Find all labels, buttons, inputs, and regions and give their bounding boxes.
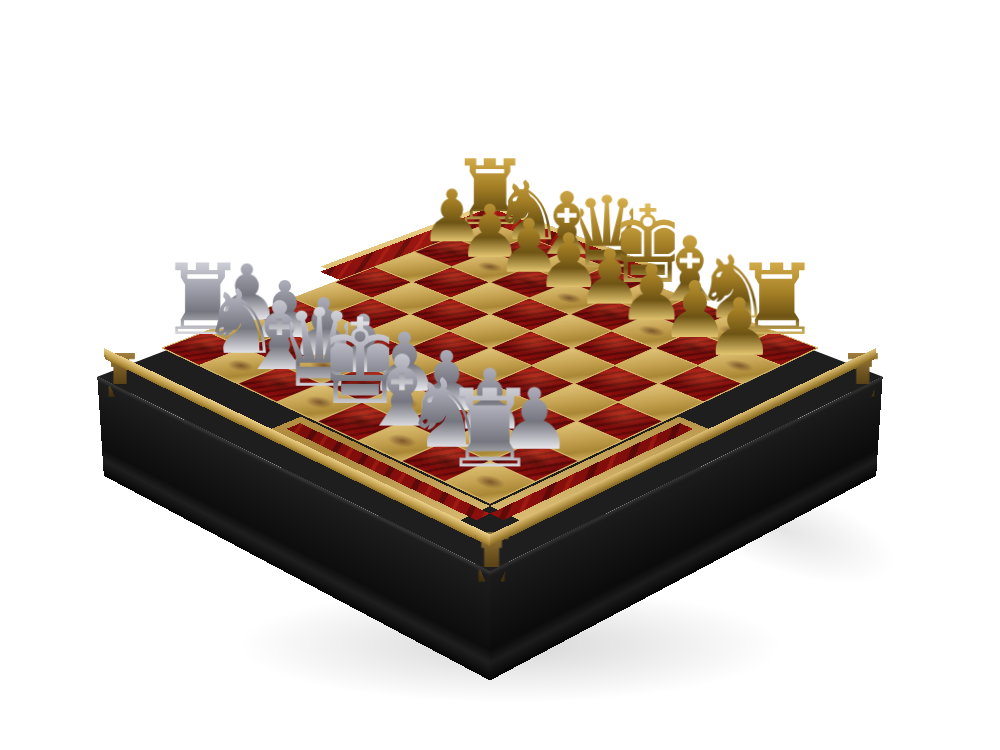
scene: ♜♞♝♛♚♝♞♜♟♟♟♟♟♟♟♟♟♟♟♟♟♟♟♟♜♞♝♛♚♝♞♜ xyxy=(0,0,1000,750)
piece-silver-rook-h1[interactable]: ♜ xyxy=(459,338,521,481)
piece-gold-pawn-h7[interactable]: ♟ xyxy=(711,234,768,366)
board-3d-scene: ♜♞♝♛♚♝♞♜♟♟♟♟♟♟♟♟♟♟♟♟♟♟♟♟♜♞♝♛♚♝♞♜ xyxy=(0,0,1000,750)
square-h1[interactable]: ♜ xyxy=(446,462,533,503)
chess-board: ♜♞♝♛♚♝♞♜♟♟♟♟♟♟♟♟♟♟♟♟♟♟♟♟♜♞♝♛♚♝♞♜ xyxy=(104,203,876,535)
